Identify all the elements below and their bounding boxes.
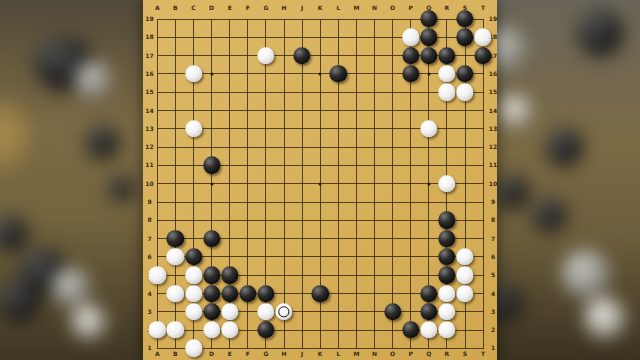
row-label-right: 6 bbox=[491, 254, 495, 260]
row-label-right: 7 bbox=[491, 236, 495, 242]
grid-line-vertical bbox=[157, 19, 158, 349]
col-label-top: R bbox=[445, 5, 450, 11]
col-label-bottom: L bbox=[336, 351, 340, 357]
black-stone bbox=[402, 321, 419, 338]
row-label-right: 10 bbox=[489, 181, 497, 187]
black-stone bbox=[438, 47, 455, 64]
row-label-left: 19 bbox=[145, 16, 153, 22]
white-stone bbox=[456, 83, 473, 100]
white-stone bbox=[456, 248, 473, 265]
black-stone bbox=[167, 230, 184, 247]
col-label-top: G bbox=[263, 5, 268, 11]
col-label-bottom: R bbox=[445, 351, 450, 357]
col-label-top: J bbox=[301, 5, 303, 11]
black-stone bbox=[420, 29, 437, 46]
white-stone bbox=[402, 29, 419, 46]
black-stone bbox=[203, 303, 220, 320]
col-label-top: B bbox=[173, 5, 178, 11]
row-label-right: 1 bbox=[491, 345, 495, 351]
white-stone bbox=[420, 120, 437, 137]
row-label-right: 11 bbox=[489, 162, 497, 168]
white-stone bbox=[456, 266, 473, 283]
black-stone bbox=[420, 285, 437, 302]
white-stone bbox=[438, 303, 455, 320]
col-label-bottom: J bbox=[301, 351, 303, 357]
row-label-left: 1 bbox=[147, 345, 151, 351]
row-label-right: 15 bbox=[489, 89, 497, 95]
white-stone bbox=[185, 340, 202, 357]
star-point bbox=[319, 182, 322, 185]
white-stone bbox=[203, 321, 220, 338]
white-stone bbox=[474, 29, 491, 46]
black-stone bbox=[221, 285, 238, 302]
row-label-left: 12 bbox=[145, 144, 153, 150]
black-stone bbox=[203, 157, 220, 174]
white-stone bbox=[149, 266, 166, 283]
white-stone bbox=[257, 47, 274, 64]
col-label-bottom: S bbox=[463, 351, 467, 357]
blurred-background-left bbox=[0, 0, 143, 360]
black-stone bbox=[221, 266, 238, 283]
grid-line-horizontal bbox=[157, 202, 484, 203]
col-label-top: F bbox=[246, 5, 250, 11]
col-label-bottom: F bbox=[246, 351, 250, 357]
star-point bbox=[427, 182, 430, 185]
screenshot-root: AABBCCDDEEFFGGHHJJKKLLMMNNOOPPQQRRSSTT19… bbox=[0, 0, 640, 360]
col-label-bottom: T bbox=[481, 351, 485, 357]
star-point bbox=[210, 72, 213, 75]
black-stone bbox=[438, 248, 455, 265]
row-label-left: 14 bbox=[145, 108, 153, 114]
white-stone bbox=[438, 321, 455, 338]
black-stone bbox=[402, 47, 419, 64]
col-label-top: M bbox=[353, 5, 359, 11]
star-point bbox=[427, 72, 430, 75]
black-stone bbox=[438, 230, 455, 247]
col-label-top: L bbox=[336, 5, 340, 11]
white-stone bbox=[185, 303, 202, 320]
white-stone bbox=[438, 65, 455, 82]
black-stone bbox=[420, 303, 437, 320]
blurred-stones-left bbox=[0, 0, 143, 360]
col-label-top: E bbox=[228, 5, 232, 11]
white-stone bbox=[185, 65, 202, 82]
col-label-top: D bbox=[209, 5, 214, 11]
row-label-left: 6 bbox=[147, 254, 151, 260]
col-label-bottom: K bbox=[318, 351, 323, 357]
col-label-top: O bbox=[390, 5, 395, 11]
black-stone bbox=[330, 65, 347, 82]
black-stone bbox=[293, 47, 310, 64]
grid-line-vertical bbox=[392, 19, 393, 349]
row-label-right: 4 bbox=[491, 291, 495, 297]
black-stone bbox=[438, 266, 455, 283]
col-label-bottom: Q bbox=[426, 351, 431, 357]
star-point bbox=[210, 182, 213, 185]
col-label-bottom: D bbox=[209, 351, 214, 357]
star-point bbox=[319, 72, 322, 75]
row-label-right: 2 bbox=[491, 327, 495, 333]
row-label-left: 3 bbox=[147, 309, 151, 315]
grid-line-horizontal bbox=[157, 220, 484, 221]
white-stone bbox=[438, 175, 455, 192]
col-label-top: N bbox=[372, 5, 377, 11]
grid-line-horizontal bbox=[157, 348, 484, 349]
white-stone bbox=[257, 303, 274, 320]
row-label-left: 9 bbox=[147, 199, 151, 205]
black-stone bbox=[456, 10, 473, 27]
black-stone bbox=[257, 285, 274, 302]
black-stone bbox=[438, 212, 455, 229]
col-label-bottom: N bbox=[372, 351, 377, 357]
grid-line-vertical bbox=[302, 19, 303, 349]
col-label-bottom: G bbox=[263, 351, 268, 357]
grid-line-vertical bbox=[483, 19, 484, 349]
col-label-bottom: H bbox=[281, 351, 286, 357]
row-label-left: 11 bbox=[145, 162, 153, 168]
col-label-bottom: P bbox=[408, 351, 412, 357]
col-label-bottom: E bbox=[228, 351, 232, 357]
white-stone bbox=[185, 285, 202, 302]
row-label-left: 17 bbox=[145, 53, 153, 59]
row-label-left: 13 bbox=[145, 126, 153, 132]
black-stone bbox=[239, 285, 256, 302]
white-stone bbox=[221, 321, 238, 338]
white-stone bbox=[167, 248, 184, 265]
col-label-top: H bbox=[281, 5, 286, 11]
last-move-circle-marker bbox=[279, 306, 290, 317]
row-label-left: 8 bbox=[147, 217, 151, 223]
grid-line-horizontal bbox=[157, 256, 484, 257]
white-stone bbox=[275, 303, 292, 320]
col-label-bottom: M bbox=[353, 351, 359, 357]
white-stone bbox=[456, 285, 473, 302]
row-label-left: 4 bbox=[147, 291, 151, 297]
black-stone bbox=[420, 10, 437, 27]
row-label-right: 3 bbox=[491, 309, 495, 315]
blurred-stones-right bbox=[497, 0, 640, 360]
white-stone bbox=[149, 321, 166, 338]
row-label-left: 10 bbox=[145, 181, 153, 187]
blurred-background-right bbox=[497, 0, 640, 360]
black-stone bbox=[456, 65, 473, 82]
white-stone bbox=[185, 266, 202, 283]
white-stone bbox=[167, 285, 184, 302]
black-stone bbox=[456, 29, 473, 46]
col-label-bottom: A bbox=[155, 351, 160, 357]
black-stone bbox=[474, 47, 491, 64]
row-label-right: 14 bbox=[489, 108, 497, 114]
row-label-left: 18 bbox=[145, 34, 153, 40]
row-label-right: 12 bbox=[489, 144, 497, 150]
black-stone bbox=[203, 230, 220, 247]
row-label-left: 15 bbox=[145, 89, 153, 95]
white-stone bbox=[438, 83, 455, 100]
col-label-top: K bbox=[318, 5, 323, 11]
col-label-top: T bbox=[481, 5, 485, 11]
grid-line-vertical bbox=[284, 19, 285, 349]
white-stone bbox=[167, 321, 184, 338]
row-label-right: 8 bbox=[491, 217, 495, 223]
black-stone bbox=[311, 285, 328, 302]
col-label-top: P bbox=[408, 5, 412, 11]
row-label-right: 19 bbox=[489, 16, 497, 22]
black-stone bbox=[257, 321, 274, 338]
black-stone bbox=[402, 65, 419, 82]
white-stone bbox=[221, 303, 238, 320]
white-stone bbox=[438, 285, 455, 302]
grid-line-vertical bbox=[356, 19, 357, 349]
grid-line-vertical bbox=[374, 19, 375, 349]
col-label-bottom: O bbox=[390, 351, 395, 357]
black-stone bbox=[384, 303, 401, 320]
row-label-right: 5 bbox=[491, 272, 495, 278]
row-label-right: 13 bbox=[489, 126, 497, 132]
black-stone bbox=[203, 266, 220, 283]
row-label-left: 7 bbox=[147, 236, 151, 242]
row-label-right: 9 bbox=[491, 199, 495, 205]
col-label-bottom: B bbox=[173, 351, 178, 357]
black-stone bbox=[185, 248, 202, 265]
white-stone bbox=[185, 120, 202, 137]
row-label-right: 16 bbox=[489, 71, 497, 77]
row-label-left: 16 bbox=[145, 71, 153, 77]
black-stone bbox=[203, 285, 220, 302]
col-label-top: C bbox=[191, 5, 195, 11]
col-label-top: A bbox=[155, 5, 160, 11]
black-stone bbox=[420, 47, 437, 64]
white-stone bbox=[420, 321, 437, 338]
go-board[interactable]: AABBCCDDEEFFGGHHJJKKLLMMNNOOPPQQRRSSTT19… bbox=[143, 0, 497, 360]
